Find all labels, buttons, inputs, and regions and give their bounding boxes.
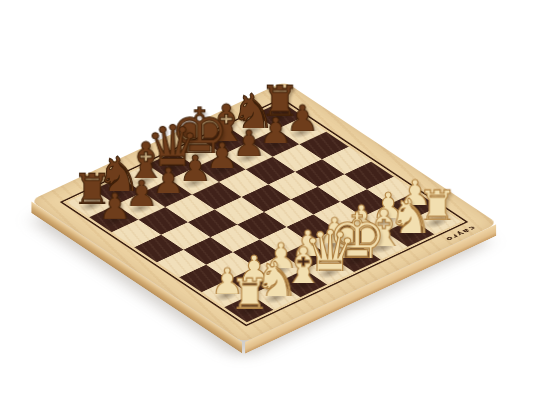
board-grid: ♜♞♝♛♚♝♞♜♟♟♟♟♟♟♟♟♟♟♟♟♟♟♟♟♜♞♝♛♚♝♞♜ <box>67 102 461 323</box>
board-top-surface: ♜♞♝♛♚♝♞♜♟♟♟♟♟♟♟♟♟♟♟♟♟♟♟♟♜♞♝♛♚♝♞♜ cayro <box>30 81 498 343</box>
product-photo-stage: ♜♞♝♛♚♝♞♜♟♟♟♟♟♟♟♟♟♟♟♟♟♟♟♟♜♞♝♛♚♝♞♜ cayro <box>0 0 533 400</box>
square-a1[interactable]: ♜ <box>224 295 273 323</box>
piece-white-rook[interactable]: ♜ <box>201 213 297 309</box>
chess-board: ♜♞♝♛♚♝♞♜♟♟♟♟♟♟♟♟♟♟♟♟♟♟♟♟♜♞♝♛♚♝♞♜ cayro <box>30 81 498 343</box>
piece-black-pawn[interactable]: ♟ <box>66 123 162 219</box>
board-frame-line: ♜♞♝♛♚♝♞♜♟♟♟♟♟♟♟♟♟♟♟♟♟♟♟♟♜♞♝♛♚♝♞♜ <box>60 98 469 326</box>
